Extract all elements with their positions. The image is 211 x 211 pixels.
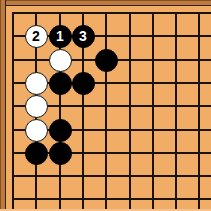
- intersection-5-4: [94, 71, 117, 94]
- intersection-5-9: [94, 188, 117, 211]
- intersection-8-5: [164, 94, 187, 117]
- move-number-label: 3: [79, 29, 87, 43]
- intersection-9-2: [188, 24, 211, 47]
- white-stone: [25, 95, 48, 118]
- intersection-7-6: [141, 118, 164, 141]
- intersection-9-4: [188, 71, 211, 94]
- intersection-3-1: [48, 1, 71, 24]
- intersection-4-7: [71, 141, 94, 164]
- black-stone: [49, 142, 72, 165]
- intersection-7-9: [141, 188, 164, 211]
- intersection-9-9: [188, 188, 211, 211]
- intersection-9-1: [188, 1, 211, 24]
- intersection-1-6: [1, 118, 24, 141]
- intersection-8-1: [164, 1, 187, 24]
- black-stone: [49, 72, 72, 95]
- intersection-1-7: [1, 141, 24, 164]
- intersection-9-8: [188, 164, 211, 187]
- intersection-3-8: [48, 164, 71, 187]
- intersection-2-3: [24, 48, 47, 71]
- intersection-6-1: [118, 1, 141, 24]
- intersection-3-9: [48, 188, 71, 211]
- intersection-1-8: [1, 164, 24, 187]
- go-board: 213: [0, 0, 211, 211]
- intersection-8-2: [164, 24, 187, 47]
- intersection-5-2: [94, 24, 117, 47]
- intersection-5-7: [94, 141, 117, 164]
- intersection-8-6: [164, 118, 187, 141]
- intersection-6-6: [118, 118, 141, 141]
- go-diagram: 213: [0, 0, 211, 211]
- intersection-4-1: [71, 1, 94, 24]
- intersection-4-9: [71, 188, 94, 211]
- intersection-4-8: [71, 164, 94, 187]
- white-stone: [49, 49, 72, 72]
- intersection-9-7: [188, 141, 211, 164]
- intersection-6-2: [118, 24, 141, 47]
- intersection-2-9: [24, 188, 47, 211]
- intersection-1-9: [1, 188, 24, 211]
- intersection-2-1: [24, 1, 47, 24]
- intersection-6-5: [118, 94, 141, 117]
- intersection-1-1: [1, 1, 24, 24]
- intersection-6-7: [118, 141, 141, 164]
- black-stone: [49, 119, 72, 142]
- intersection-5-1: [94, 1, 117, 24]
- intersection-3-5: [48, 94, 71, 117]
- intersection-5-8: [94, 164, 117, 187]
- intersection-4-6: [71, 118, 94, 141]
- intersection-6-9: [118, 188, 141, 211]
- intersection-1-2: [1, 24, 24, 47]
- intersection-7-8: [141, 164, 164, 187]
- intersection-7-5: [141, 94, 164, 117]
- intersection-1-3: [1, 48, 24, 71]
- intersection-7-2: [141, 24, 164, 47]
- intersection-2-8: [24, 164, 47, 187]
- intersection-5-5: [94, 94, 117, 117]
- intersection-7-7: [141, 141, 164, 164]
- intersection-8-7: [164, 141, 187, 164]
- black-stone-move-3: 3: [72, 25, 95, 48]
- black-stone: [72, 72, 95, 95]
- white-stone: [25, 119, 48, 142]
- intersection-7-4: [141, 71, 164, 94]
- intersection-6-4: [118, 71, 141, 94]
- board-bottom-edge: [0, 209, 211, 211]
- white-stone-move-2: 2: [25, 25, 48, 48]
- move-number-label: 2: [32, 29, 40, 43]
- intersection-8-8: [164, 164, 187, 187]
- intersection-8-4: [164, 71, 187, 94]
- intersection-1-5: [1, 94, 24, 117]
- intersection-6-8: [118, 164, 141, 187]
- intersection-9-3: [188, 48, 211, 71]
- intersection-6-3: [118, 48, 141, 71]
- move-number-label: 1: [56, 29, 64, 43]
- intersection-4-5: [71, 94, 94, 117]
- intersection-8-3: [164, 48, 187, 71]
- intersection-5-6: [94, 118, 117, 141]
- intersection-4-3: [71, 48, 94, 71]
- intersection-1-4: [1, 71, 24, 94]
- black-stone: [95, 49, 118, 72]
- white-stone: [25, 72, 48, 95]
- intersection-7-3: [141, 48, 164, 71]
- black-stone: [25, 142, 48, 165]
- intersection-7-1: [141, 1, 164, 24]
- intersection-9-5: [188, 94, 211, 117]
- intersection-8-9: [164, 188, 187, 211]
- intersection-9-6: [188, 118, 211, 141]
- black-stone-move-1: 1: [49, 25, 72, 48]
